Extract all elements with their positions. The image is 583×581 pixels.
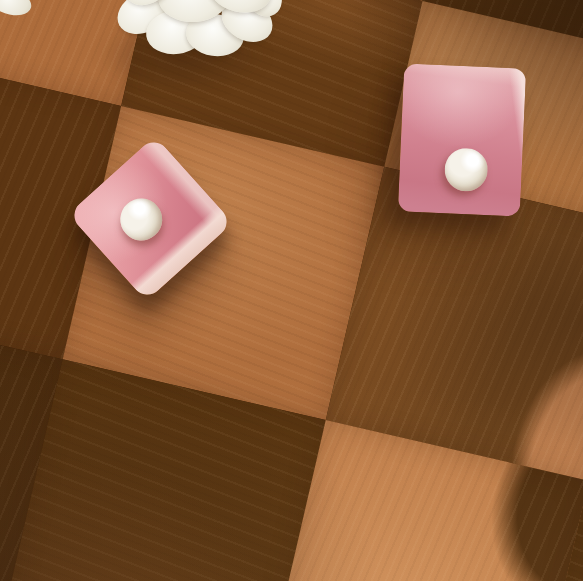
pink-piece-c1[interactable] bbox=[398, 63, 526, 216]
pearl-icon bbox=[112, 190, 171, 249]
white-flower bbox=[122, 0, 262, 62]
board-photo bbox=[0, 0, 583, 581]
pearl-icon bbox=[444, 147, 489, 192]
